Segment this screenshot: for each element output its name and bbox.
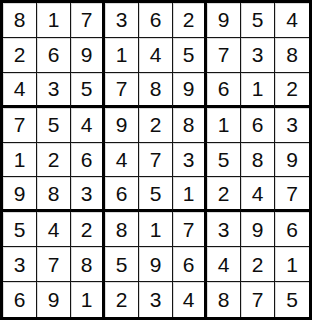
- cell-r7c4[interactable]: 8: [105, 212, 139, 247]
- cell-r1c4[interactable]: 3: [105, 3, 139, 38]
- cell-r9c3[interactable]: 1: [71, 282, 105, 317]
- cell-r8c5[interactable]: 9: [139, 247, 173, 282]
- cell-r6c9[interactable]: 7: [275, 177, 309, 212]
- cell-r1c8[interactable]: 5: [241, 3, 275, 38]
- cell-r1c7[interactable]: 9: [207, 3, 241, 38]
- cell-r2c2[interactable]: 6: [37, 38, 71, 73]
- cell-r9c8[interactable]: 7: [241, 282, 275, 317]
- cell-r1c6[interactable]: 2: [173, 3, 207, 38]
- cell-r2c5[interactable]: 4: [139, 38, 173, 73]
- cell-r9c5[interactable]: 3: [139, 282, 173, 317]
- cell-r8c9[interactable]: 1: [275, 247, 309, 282]
- cell-r6c8[interactable]: 4: [241, 177, 275, 212]
- cell-r6c5[interactable]: 5: [139, 177, 173, 212]
- cell-r4c4[interactable]: 9: [105, 108, 139, 143]
- cell-r2c7[interactable]: 7: [207, 38, 241, 73]
- cell-r1c2[interactable]: 1: [37, 3, 71, 38]
- cell-r3c8[interactable]: 1: [241, 73, 275, 108]
- cell-r6c4[interactable]: 6: [105, 177, 139, 212]
- cell-r7c2[interactable]: 4: [37, 212, 71, 247]
- cell-r6c3[interactable]: 3: [71, 177, 105, 212]
- cell-r9c1[interactable]: 6: [3, 282, 37, 317]
- cell-r1c1[interactable]: 8: [3, 3, 37, 38]
- cell-r6c1[interactable]: 9: [3, 177, 37, 212]
- cell-r5c3[interactable]: 6: [71, 143, 105, 178]
- cell-r9c4[interactable]: 2: [105, 282, 139, 317]
- cell-r8c1[interactable]: 3: [3, 247, 37, 282]
- cell-r9c7[interactable]: 8: [207, 282, 241, 317]
- cell-r5c6[interactable]: 3: [173, 143, 207, 178]
- cell-r3c9[interactable]: 2: [275, 73, 309, 108]
- cell-r3c1[interactable]: 4: [3, 73, 37, 108]
- cell-r2c8[interactable]: 3: [241, 38, 275, 73]
- cell-r1c9[interactable]: 4: [275, 3, 309, 38]
- cell-r4c9[interactable]: 3: [275, 108, 309, 143]
- cell-r6c2[interactable]: 8: [37, 177, 71, 212]
- cell-r1c5[interactable]: 6: [139, 3, 173, 38]
- cell-r2c3[interactable]: 9: [71, 38, 105, 73]
- cell-r3c2[interactable]: 3: [37, 73, 71, 108]
- cell-r3c5[interactable]: 8: [139, 73, 173, 108]
- cell-r8c4[interactable]: 5: [105, 247, 139, 282]
- cell-r3c3[interactable]: 5: [71, 73, 105, 108]
- cell-r3c6[interactable]: 9: [173, 73, 207, 108]
- cell-r4c3[interactable]: 4: [71, 108, 105, 143]
- cell-r5c5[interactable]: 7: [139, 143, 173, 178]
- cell-r7c7[interactable]: 3: [207, 212, 241, 247]
- cell-r7c1[interactable]: 5: [3, 212, 37, 247]
- cell-r9c2[interactable]: 9: [37, 282, 71, 317]
- cell-r8c2[interactable]: 7: [37, 247, 71, 282]
- cell-r5c9[interactable]: 9: [275, 143, 309, 178]
- cell-r3c7[interactable]: 6: [207, 73, 241, 108]
- cell-r2c9[interactable]: 8: [275, 38, 309, 73]
- cell-r4c6[interactable]: 8: [173, 108, 207, 143]
- cell-r5c8[interactable]: 8: [241, 143, 275, 178]
- cell-r4c8[interactable]: 6: [241, 108, 275, 143]
- cell-r5c4[interactable]: 4: [105, 143, 139, 178]
- cell-r6c6[interactable]: 1: [173, 177, 207, 212]
- cell-r1c3[interactable]: 7: [71, 3, 105, 38]
- cell-r8c8[interactable]: 2: [241, 247, 275, 282]
- cell-r7c3[interactable]: 2: [71, 212, 105, 247]
- cell-r9c9[interactable]: 5: [275, 282, 309, 317]
- cell-r7c6[interactable]: 7: [173, 212, 207, 247]
- cell-r5c2[interactable]: 2: [37, 143, 71, 178]
- cell-r8c6[interactable]: 6: [173, 247, 207, 282]
- cell-r7c5[interactable]: 1: [139, 212, 173, 247]
- cell-r2c4[interactable]: 1: [105, 38, 139, 73]
- cell-r6c7[interactable]: 2: [207, 177, 241, 212]
- cell-r8c7[interactable]: 4: [207, 247, 241, 282]
- cell-r3c4[interactable]: 7: [105, 73, 139, 108]
- sudoku-board: 8173629542691457384357896127549281631264…: [0, 0, 312, 320]
- cell-r4c5[interactable]: 2: [139, 108, 173, 143]
- cell-r7c8[interactable]: 9: [241, 212, 275, 247]
- cell-r5c1[interactable]: 1: [3, 143, 37, 178]
- cell-r4c1[interactable]: 7: [3, 108, 37, 143]
- cell-r2c1[interactable]: 2: [3, 38, 37, 73]
- cell-r9c6[interactable]: 4: [173, 282, 207, 317]
- cell-r5c7[interactable]: 5: [207, 143, 241, 178]
- cell-r4c2[interactable]: 5: [37, 108, 71, 143]
- cell-r7c9[interactable]: 6: [275, 212, 309, 247]
- cell-r8c3[interactable]: 8: [71, 247, 105, 282]
- cell-r4c7[interactable]: 1: [207, 108, 241, 143]
- cell-r2c6[interactable]: 5: [173, 38, 207, 73]
